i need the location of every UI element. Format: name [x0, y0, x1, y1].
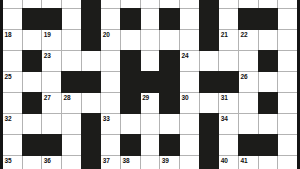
white-cell[interactable] [23, 72, 42, 92]
clue-number: 21 [221, 31, 228, 38]
white-cell[interactable]: 19 [42, 30, 61, 50]
white-cell[interactable] [278, 9, 297, 29]
white-cell[interactable] [23, 114, 42, 134]
white-cell[interactable]: 28 [62, 93, 81, 113]
clue-number: 32 [5, 115, 12, 122]
white-cell[interactable] [278, 72, 297, 92]
white-cell[interactable]: 39 [160, 156, 179, 169]
black-cell [259, 9, 278, 29]
white-cell[interactable]: 41 [239, 156, 258, 169]
black-cell [160, 135, 179, 155]
white-cell[interactable] [101, 72, 120, 92]
white-cell[interactable]: 22 [239, 30, 258, 50]
black-cell [259, 51, 278, 71]
white-cell[interactable] [62, 135, 81, 155]
clue-number: 23 [44, 52, 51, 59]
white-cell[interactable] [239, 51, 258, 71]
white-cell[interactable]: 25 [3, 72, 22, 92]
clue-number: 30 [181, 94, 188, 101]
white-cell[interactable] [23, 0, 42, 8]
white-cell[interactable]: 23 [42, 51, 61, 71]
white-cell[interactable] [141, 9, 160, 29]
clue-number: 27 [44, 94, 51, 101]
white-cell[interactable] [141, 51, 160, 71]
clue-number: 31 [221, 94, 228, 101]
black-cell [42, 135, 61, 155]
white-cell[interactable]: 32 [3, 114, 22, 134]
white-cell[interactable] [160, 114, 179, 134]
white-cell[interactable] [121, 114, 140, 134]
white-cell[interactable] [62, 114, 81, 134]
white-cell[interactable] [239, 93, 258, 113]
white-cell[interactable]: 21 [219, 30, 238, 50]
white-cell[interactable] [42, 114, 61, 134]
white-cell[interactable] [42, 0, 61, 8]
white-cell[interactable]: 36 [42, 156, 61, 169]
white-cell[interactable]: 31 [219, 93, 238, 113]
black-cell [82, 135, 101, 155]
black-cell [239, 135, 258, 155]
crossword-board: 1819202122232425262728293031323334353637… [0, 0, 300, 169]
clue-number: 41 [240, 157, 247, 164]
black-cell [121, 9, 140, 29]
white-cell[interactable] [278, 156, 297, 169]
white-cell[interactable]: 30 [180, 93, 199, 113]
white-cell[interactable] [219, 9, 238, 29]
white-cell[interactable] [101, 0, 120, 8]
white-cell[interactable]: 18 [3, 30, 22, 50]
black-cell [160, 72, 179, 92]
white-cell[interactable] [278, 0, 297, 8]
clue-number: 39 [162, 157, 169, 164]
black-cell [82, 72, 101, 92]
black-cell [121, 72, 140, 92]
white-cell[interactable] [121, 0, 140, 8]
white-cell[interactable] [180, 9, 199, 29]
white-cell[interactable] [219, 135, 238, 155]
clue-number: 22 [240, 31, 247, 38]
white-cell[interactable] [239, 114, 258, 134]
white-cell[interactable]: 33 [101, 114, 120, 134]
clue-number: 24 [181, 52, 188, 59]
black-cell [23, 135, 42, 155]
white-cell[interactable] [180, 30, 199, 50]
black-cell [82, 156, 101, 169]
white-cell[interactable] [219, 51, 238, 71]
white-cell[interactable] [180, 114, 199, 134]
white-cell[interactable]: 27 [42, 93, 61, 113]
black-cell [259, 135, 278, 155]
clue-number: 25 [5, 73, 12, 80]
white-cell[interactable] [3, 51, 22, 71]
white-cell[interactable] [141, 114, 160, 134]
clue-number: 26 [240, 73, 247, 80]
white-cell[interactable] [278, 93, 297, 113]
white-cell[interactable]: 20 [101, 30, 120, 50]
white-cell[interactable] [62, 30, 81, 50]
clue-number: 37 [103, 157, 110, 164]
white-cell[interactable] [259, 0, 278, 8]
black-cell [62, 72, 81, 92]
white-cell[interactable] [278, 135, 297, 155]
white-cell[interactable] [219, 0, 238, 8]
black-cell [42, 9, 61, 29]
black-cell [219, 72, 238, 92]
black-cell [121, 51, 140, 71]
white-cell[interactable]: 35 [3, 156, 22, 169]
clue-number: 36 [44, 157, 51, 164]
black-cell [259, 93, 278, 113]
clue-number: 19 [44, 31, 51, 38]
white-cell[interactable] [160, 30, 179, 50]
white-cell[interactable] [160, 0, 179, 8]
clue-number: 38 [122, 157, 129, 164]
black-cell [82, 0, 101, 8]
white-cell[interactable] [200, 51, 219, 71]
black-cell [23, 51, 42, 71]
white-cell[interactable] [259, 30, 278, 50]
black-cell [200, 114, 219, 134]
white-cell[interactable]: 37 [101, 156, 120, 169]
white-cell[interactable] [3, 9, 22, 29]
white-cell[interactable] [278, 51, 297, 71]
white-cell[interactable] [239, 0, 258, 8]
clue-number: 35 [5, 157, 12, 164]
white-cell[interactable] [3, 93, 22, 113]
white-cell[interactable]: 40 [219, 156, 238, 169]
clue-number: 33 [103, 115, 110, 122]
white-cell[interactable]: 29 [141, 93, 160, 113]
white-cell[interactable] [82, 93, 101, 113]
clue-number: 28 [63, 94, 70, 101]
black-cell [239, 9, 258, 29]
white-cell[interactable] [3, 135, 22, 155]
white-cell[interactable] [180, 135, 199, 155]
white-cell[interactable] [259, 72, 278, 92]
white-cell[interactable]: 24 [180, 51, 199, 71]
black-cell [23, 93, 42, 113]
clue-number: 29 [142, 94, 149, 101]
black-cell [141, 72, 160, 92]
white-cell[interactable]: 26 [239, 72, 258, 92]
white-cell[interactable] [141, 156, 160, 169]
white-cell[interactable] [278, 30, 297, 50]
white-cell[interactable] [101, 135, 120, 155]
white-cell[interactable] [3, 0, 22, 8]
white-cell[interactable] [200, 93, 219, 113]
clue-number: 20 [103, 31, 110, 38]
white-cell[interactable] [141, 0, 160, 8]
black-cell [82, 9, 101, 29]
clue-number: 18 [5, 31, 12, 38]
white-cell[interactable] [141, 30, 160, 50]
black-cell [82, 30, 101, 50]
black-cell [160, 9, 179, 29]
white-cell[interactable] [259, 156, 278, 169]
black-cell [200, 0, 219, 8]
black-cell [160, 93, 179, 113]
black-cell [121, 93, 140, 113]
white-cell[interactable] [82, 51, 101, 71]
black-cell [200, 135, 219, 155]
crossword-grid: 1819202122232425262728293031323334353637… [3, 0, 297, 169]
white-cell[interactable] [180, 0, 199, 8]
white-cell[interactable] [259, 114, 278, 134]
white-cell[interactable] [180, 156, 199, 169]
black-cell [23, 9, 42, 29]
white-cell[interactable] [180, 72, 199, 92]
white-cell[interactable] [62, 0, 81, 8]
black-cell [82, 114, 101, 134]
clue-number: 40 [221, 157, 228, 164]
white-cell[interactable]: 34 [219, 114, 238, 134]
white-cell[interactable] [121, 30, 140, 50]
black-cell [121, 135, 140, 155]
black-cell [200, 156, 219, 169]
white-cell[interactable] [101, 51, 120, 71]
black-cell [200, 72, 219, 92]
white-cell[interactable] [62, 156, 81, 169]
black-cell [200, 30, 219, 50]
white-cell[interactable] [62, 9, 81, 29]
white-cell[interactable] [278, 114, 297, 134]
white-cell[interactable] [23, 156, 42, 169]
white-cell[interactable] [62, 51, 81, 71]
black-cell [200, 9, 219, 29]
white-cell[interactable] [141, 135, 160, 155]
white-cell[interactable] [101, 93, 120, 113]
white-cell[interactable] [23, 30, 42, 50]
clue-number: 34 [221, 115, 228, 122]
white-cell[interactable]: 38 [121, 156, 140, 169]
black-cell [160, 51, 179, 71]
white-cell[interactable] [101, 9, 120, 29]
white-cell[interactable] [42, 72, 61, 92]
